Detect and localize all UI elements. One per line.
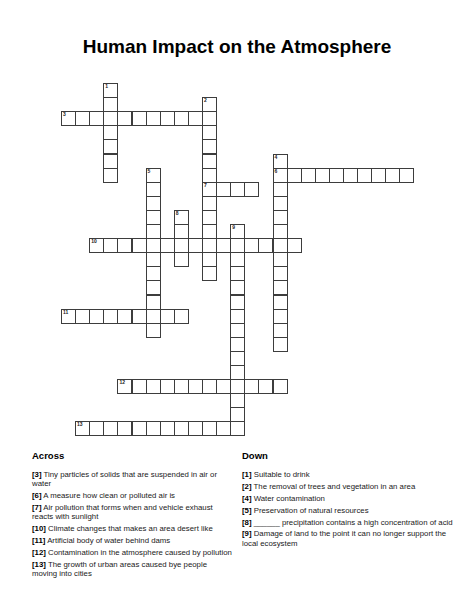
grid-cell-r21c14[interactable] bbox=[258, 379, 273, 394]
grid-cell-r2c4[interactable] bbox=[117, 111, 132, 126]
clue-number: [10] bbox=[32, 524, 46, 533]
grid-cell-r2c2[interactable] bbox=[89, 111, 104, 126]
grid-cell-r6c18[interactable] bbox=[315, 168, 330, 183]
grid-cell-r16c0[interactable]: 11 bbox=[61, 309, 76, 324]
grid-cell-r7c11[interactable] bbox=[216, 182, 231, 197]
clue-item: [9] Damage of land to the point it can n… bbox=[242, 529, 464, 548]
grid-cell-r17c15[interactable] bbox=[273, 323, 288, 338]
grid-cell-r2c8[interactable] bbox=[174, 111, 189, 126]
grid-cell-r11c14[interactable] bbox=[258, 238, 273, 253]
grid-cell-r13c6[interactable] bbox=[146, 266, 161, 281]
grid-cell-r11c5[interactable] bbox=[132, 238, 147, 253]
grid-cell-r11c10[interactable] bbox=[202, 238, 217, 253]
cell-number: 12 bbox=[119, 380, 125, 385]
grid-cell-r21c11[interactable] bbox=[216, 379, 231, 394]
grid-cell-r24c1[interactable]: 13 bbox=[75, 421, 90, 436]
grid-cell-r11c6[interactable] bbox=[146, 238, 161, 253]
grid-cell-r24c4[interactable] bbox=[117, 421, 132, 436]
down-clues-section: Down [1] Suitable to drink[2] The remova… bbox=[242, 451, 464, 551]
grid-cell-r6c24[interactable] bbox=[399, 168, 414, 183]
clue-item: [6] A measure how clean or polluted air … bbox=[32, 491, 233, 500]
grid-cell-r13c10[interactable] bbox=[202, 266, 217, 281]
grid-cell-r24c2[interactable] bbox=[89, 421, 104, 436]
cell-number: 7 bbox=[204, 183, 207, 188]
grid-cell-r6c23[interactable] bbox=[385, 168, 400, 183]
grid-cell-r11c15[interactable] bbox=[273, 238, 288, 253]
grid-cell-r6c3[interactable] bbox=[103, 168, 118, 183]
grid-cell-r22c12[interactable] bbox=[230, 393, 245, 408]
grid-cell-r14c12[interactable] bbox=[230, 280, 245, 295]
grid-cell-r2c7[interactable] bbox=[160, 111, 175, 126]
grid-cell-r2c0[interactable]: 3 bbox=[61, 111, 76, 126]
grid-cell-r18c12[interactable] bbox=[230, 337, 245, 352]
grid-cell-r11c4[interactable] bbox=[117, 238, 132, 253]
down-clue-list: [1] Suitable to drink[2] The removal of … bbox=[242, 470, 464, 548]
across-header: Across bbox=[32, 451, 233, 461]
grid-cell-r10c12[interactable]: 9 bbox=[230, 224, 245, 239]
worksheet-page: Human Impact on the Atmosphere 123456789… bbox=[0, 0, 474, 613]
clue-number: [9] bbox=[242, 529, 252, 538]
grid-cell-r11c7[interactable] bbox=[160, 238, 175, 253]
grid-cell-r15c6[interactable] bbox=[146, 295, 161, 310]
clue-item: [2] The removal of trees and vegetation … bbox=[242, 482, 464, 491]
grid-cell-r24c8[interactable] bbox=[174, 421, 189, 436]
clue-item: [11] Artificial body of water behind dam… bbox=[32, 536, 233, 545]
grid-cell-r15c12[interactable] bbox=[230, 295, 245, 310]
grid-cell-r10c6[interactable] bbox=[146, 224, 161, 239]
grid-cell-r8c15[interactable] bbox=[273, 196, 288, 211]
grid-cell-r5c10[interactable] bbox=[202, 154, 217, 169]
grid-cell-r6c22[interactable] bbox=[371, 168, 386, 183]
grid-cell-r7c13[interactable] bbox=[244, 182, 259, 197]
grid-cell-r24c7[interactable] bbox=[160, 421, 175, 436]
grid-cell-r6c21[interactable] bbox=[357, 168, 372, 183]
grid-cell-r24c5[interactable] bbox=[132, 421, 147, 436]
grid-cell-r2c10[interactable] bbox=[202, 111, 217, 126]
grid-cell-r24c10[interactable] bbox=[202, 421, 217, 436]
clue-item: [5] Preservation of natural resources bbox=[242, 506, 464, 515]
grid-cell-r15c15[interactable] bbox=[273, 295, 288, 310]
grid-cell-r24c3[interactable] bbox=[103, 421, 118, 436]
grid-cell-r7c12[interactable] bbox=[230, 182, 245, 197]
clue-item: [8] ______ precipitation contains a high… bbox=[242, 518, 464, 527]
grid-cell-r16c8[interactable] bbox=[174, 309, 189, 324]
grid-cell-r5c3[interactable] bbox=[103, 154, 118, 169]
grid-cell-r17c6[interactable] bbox=[146, 323, 161, 338]
grid-cell-r21c15[interactable] bbox=[273, 379, 288, 394]
grid-cell-r2c9[interactable] bbox=[188, 111, 203, 126]
grid-cell-r8c6[interactable] bbox=[146, 196, 161, 211]
grid-cell-r5c15[interactable]: 4 bbox=[273, 154, 288, 169]
grid-cell-r6c15[interactable]: 6 bbox=[273, 168, 288, 183]
grid-cell-r12c12[interactable] bbox=[230, 252, 245, 267]
clue-number: [12] bbox=[32, 548, 46, 557]
grid-cell-r16c15[interactable] bbox=[273, 309, 288, 324]
grid-cell-r9c6[interactable] bbox=[146, 210, 161, 225]
grid-cell-r6c20[interactable] bbox=[343, 168, 358, 183]
cell-number: 11 bbox=[63, 310, 68, 315]
grid-cell-r24c9[interactable] bbox=[188, 421, 203, 436]
grid-cell-r6c10[interactable] bbox=[202, 168, 217, 183]
clue-number: [7] bbox=[32, 503, 42, 512]
grid-cell-r11c3[interactable] bbox=[103, 238, 118, 253]
grid-cell-r21c7[interactable] bbox=[160, 379, 175, 394]
clue-item: [13] The growth of urban areas caused by… bbox=[32, 560, 233, 579]
grid-cell-r6c16[interactable] bbox=[287, 168, 302, 183]
grid-cell-r16c1[interactable] bbox=[75, 309, 90, 324]
cell-number: 1 bbox=[105, 84, 108, 89]
grid-cell-r9c10[interactable] bbox=[202, 210, 217, 225]
grid-cell-r13c12[interactable] bbox=[230, 266, 245, 281]
grid-cell-r18c15[interactable] bbox=[273, 337, 288, 352]
cell-number: 13 bbox=[77, 422, 83, 427]
grid-cell-r10c10[interactable] bbox=[202, 224, 217, 239]
cell-number: 10 bbox=[91, 239, 97, 244]
grid-cell-r7c10[interactable]: 7 bbox=[202, 182, 217, 197]
grid-cell-r2c3[interactable] bbox=[103, 111, 118, 126]
grid-cell-r19c12[interactable] bbox=[230, 351, 245, 366]
grid-cell-r10c8[interactable] bbox=[174, 224, 189, 239]
clue-number: [2] bbox=[242, 482, 252, 491]
grid-cell-r20c12[interactable] bbox=[230, 365, 245, 380]
grid-cell-r16c12[interactable] bbox=[230, 309, 245, 324]
grid-cell-r11c13[interactable] bbox=[244, 238, 259, 253]
grid-cell-r6c17[interactable] bbox=[301, 168, 316, 183]
grid-cell-r8c10[interactable] bbox=[202, 196, 217, 211]
grid-cell-r13c15[interactable] bbox=[273, 266, 288, 281]
clue-item: [7] Air pollution that forms when and ve… bbox=[32, 503, 233, 522]
clue-number: [5] bbox=[242, 506, 252, 515]
cell-number: 6 bbox=[275, 169, 278, 174]
across-clues-section: Across [3] Tiny particles of solids that… bbox=[32, 451, 233, 581]
grid-cell-r11c8[interactable] bbox=[174, 238, 189, 253]
grid-cell-r3c3[interactable] bbox=[103, 125, 118, 140]
cell-number: 3 bbox=[63, 112, 66, 117]
grid-cell-r16c2[interactable] bbox=[89, 309, 104, 324]
grid-cell-r16c3[interactable] bbox=[103, 309, 118, 324]
grid-cell-r11c12[interactable] bbox=[230, 238, 245, 253]
grid-cell-r16c5[interactable] bbox=[132, 309, 147, 324]
grid-cell-r14c15[interactable] bbox=[273, 280, 288, 295]
grid-cell-r1c10[interactable]: 2 bbox=[202, 97, 217, 112]
grid-cell-r7c6[interactable] bbox=[146, 182, 161, 197]
grid-cell-r16c4[interactable] bbox=[117, 309, 132, 324]
grid-cell-r21c13[interactable] bbox=[244, 379, 259, 394]
grid-cell-r2c5[interactable] bbox=[132, 111, 147, 126]
grid-cell-r1c3[interactable] bbox=[103, 97, 118, 112]
grid-cell-r11c11[interactable] bbox=[216, 238, 231, 253]
clue-item: [3] Tiny particles of solids that are su… bbox=[32, 470, 233, 489]
grid-cell-r23c12[interactable] bbox=[230, 407, 245, 422]
grid-cell-r11c9[interactable] bbox=[188, 238, 203, 253]
grid-cell-r4c3[interactable] bbox=[103, 139, 118, 154]
grid-cell-r16c7[interactable] bbox=[160, 309, 175, 324]
grid-cell-r24c11[interactable] bbox=[216, 421, 231, 436]
clue-item: [12] Contamination in the atmosphere cau… bbox=[32, 548, 233, 557]
clue-number: [13] bbox=[32, 560, 46, 569]
cell-number: 9 bbox=[232, 225, 235, 230]
grid-cell-r4c10[interactable] bbox=[202, 139, 217, 154]
cell-number: 4 bbox=[275, 155, 278, 160]
grid-cell-r16c6[interactable] bbox=[146, 309, 161, 324]
grid-cell-r9c8[interactable]: 8 bbox=[174, 210, 189, 225]
down-header: Down bbox=[242, 451, 464, 461]
cell-number: 5 bbox=[148, 169, 151, 174]
clue-number: [6] bbox=[32, 491, 42, 500]
grid-cell-r6c6[interactable]: 5 bbox=[146, 168, 161, 183]
clue-item: [1] Suitable to drink bbox=[242, 470, 464, 479]
grid-cell-r0c3[interactable]: 1 bbox=[103, 83, 118, 98]
puzzle-title: Human Impact on the Atmosphere bbox=[0, 36, 474, 58]
clue-item: [4] Water contamination bbox=[242, 494, 464, 503]
grid-cell-r21c4[interactable]: 12 bbox=[117, 379, 132, 394]
grid-cell-r6c19[interactable] bbox=[329, 168, 344, 183]
grid-cell-r12c10[interactable] bbox=[202, 252, 217, 267]
clue-item: [10] Climate changes that makes an area … bbox=[32, 524, 233, 533]
grid-cell-r21c8[interactable] bbox=[174, 379, 189, 394]
grid-cell-r21c6[interactable] bbox=[146, 379, 161, 394]
clue-number: [8] bbox=[242, 518, 252, 527]
grid-cell-r21c12[interactable] bbox=[230, 379, 245, 394]
grid-cell-r24c6[interactable] bbox=[146, 421, 161, 436]
grid-cell-r24c12[interactable] bbox=[230, 421, 245, 436]
grid-cell-r12c6[interactable] bbox=[146, 252, 161, 267]
clue-number: [1] bbox=[242, 470, 252, 479]
clue-number: [3] bbox=[32, 470, 42, 479]
cell-number: 2 bbox=[204, 98, 207, 103]
grid-cell-r2c6[interactable] bbox=[146, 111, 161, 126]
grid-cell-r17c12[interactable] bbox=[230, 323, 245, 338]
grid-cell-r9c15[interactable] bbox=[273, 210, 288, 225]
grid-cell-r12c8[interactable] bbox=[174, 252, 189, 267]
across-clue-list: [3] Tiny particles of solids that are su… bbox=[32, 470, 233, 579]
clue-number: [11] bbox=[32, 536, 45, 545]
grid-cell-r11c16[interactable] bbox=[287, 238, 302, 253]
grid-cell-r10c15[interactable] bbox=[273, 224, 288, 239]
grid-cell-r11c2[interactable]: 10 bbox=[89, 238, 104, 253]
grid-cell-r21c10[interactable] bbox=[202, 379, 217, 394]
grid-cell-r21c9[interactable] bbox=[188, 379, 203, 394]
cell-number: 8 bbox=[176, 211, 179, 216]
clue-number: [4] bbox=[242, 494, 252, 503]
grid-cell-r21c5[interactable] bbox=[132, 379, 147, 394]
grid-cell-r3c10[interactable] bbox=[202, 125, 217, 140]
grid-cell-r2c1[interactable] bbox=[75, 111, 90, 126]
grid-cell-r7c15[interactable] bbox=[273, 182, 288, 197]
crossword-grid: 12345678910111213 bbox=[61, 83, 415, 437]
grid-cell-r14c6[interactable] bbox=[146, 280, 161, 295]
grid-cell-r12c15[interactable] bbox=[273, 252, 288, 267]
